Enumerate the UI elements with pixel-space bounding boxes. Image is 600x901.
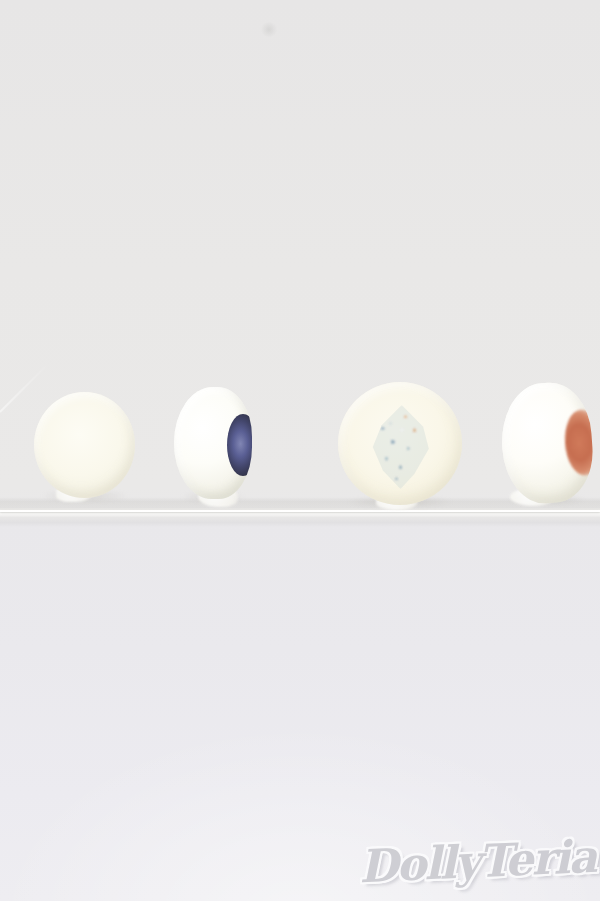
watermark: DollyTeria <box>358 830 596 893</box>
product-photo: DollyTeria <box>0 0 600 901</box>
orange-iris <box>563 408 596 476</box>
dust-smudge <box>260 22 278 37</box>
glitter-diamond <box>369 405 432 489</box>
doll-eye-back-view-glitter <box>338 382 462 505</box>
doll-eye-profile-blue <box>174 387 252 499</box>
blue-iris <box>227 414 252 476</box>
doll-eye-profile-orange <box>498 380 596 506</box>
acrylic-reflection-line <box>0 363 49 412</box>
shelf-highlight-line <box>0 510 600 512</box>
doll-eye-back-view-left <box>34 392 135 498</box>
